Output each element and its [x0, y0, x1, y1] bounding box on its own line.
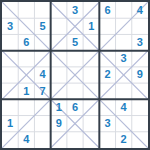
cell-r6c2[interactable]: 1: [18, 83, 34, 99]
cell-r8c8[interactable]: [116, 116, 132, 132]
cell-r9c3[interactable]: [34, 132, 50, 148]
cell-r4c3[interactable]: [34, 51, 50, 67]
cell-r2c8[interactable]: [116, 18, 132, 34]
cell-r3c6[interactable]: [83, 34, 99, 50]
cell-r9c9[interactable]: [132, 132, 148, 148]
cell-r6c5[interactable]: [67, 83, 83, 99]
cell-r6c1[interactable]: [2, 83, 18, 99]
cell-r5c8[interactable]: [116, 67, 132, 83]
cell-r7c3[interactable]: [34, 99, 50, 115]
cell-r2c9[interactable]: [132, 18, 148, 34]
cell-r3c1[interactable]: [2, 34, 18, 50]
cell-r5c4[interactable]: [51, 67, 67, 83]
cell-r1c8[interactable]: [116, 2, 132, 18]
cell-r8c6[interactable]: [83, 116, 99, 132]
cell-r6c3[interactable]: 7: [34, 83, 50, 99]
cell-r6c6[interactable]: [83, 83, 99, 99]
cell-r1c6[interactable]: [83, 2, 99, 18]
cell-r9c2[interactable]: 4: [18, 132, 34, 148]
cell-r4c7[interactable]: [99, 51, 115, 67]
cell-r2c5[interactable]: [67, 18, 83, 34]
cell-r7c4[interactable]: 1: [51, 99, 67, 115]
cell-r8c3[interactable]: [34, 116, 50, 132]
cell-r8c1[interactable]: 1: [2, 116, 18, 132]
cell-r3c4[interactable]: [51, 34, 67, 50]
cell-r8c7[interactable]: 3: [99, 116, 115, 132]
cell-r7c1[interactable]: [2, 99, 18, 115]
cell-r3c9[interactable]: 3: [132, 34, 148, 50]
cell-r4c6[interactable]: [83, 51, 99, 67]
argyle-sudoku-board: 36435165334291716419342: [0, 0, 150, 150]
cell-r7c7[interactable]: [99, 99, 115, 115]
cell-r9c4[interactable]: [51, 132, 67, 148]
cell-r1c2[interactable]: [18, 2, 34, 18]
cell-r9c6[interactable]: [83, 132, 99, 148]
cell-r8c9[interactable]: [132, 116, 148, 132]
cell-r5c7[interactable]: 2: [99, 67, 115, 83]
cell-r9c5[interactable]: [67, 132, 83, 148]
cell-r6c4[interactable]: [51, 83, 67, 99]
cell-r9c7[interactable]: [99, 132, 115, 148]
cell-r3c8[interactable]: [116, 34, 132, 50]
cell-r4c2[interactable]: [18, 51, 34, 67]
cell-r2c6[interactable]: 1: [83, 18, 99, 34]
cell-r8c2[interactable]: [18, 116, 34, 132]
cell-r7c2[interactable]: [18, 99, 34, 115]
cell-r2c1[interactable]: 3: [2, 18, 18, 34]
cell-r2c3[interactable]: 5: [34, 18, 50, 34]
sudoku-grid: 36435165334291716419342: [2, 2, 148, 148]
cell-r6c8[interactable]: [116, 83, 132, 99]
cell-r2c2[interactable]: [18, 18, 34, 34]
cell-r1c5[interactable]: 3: [67, 2, 83, 18]
cell-r1c4[interactable]: [51, 2, 67, 18]
cell-r4c4[interactable]: [51, 51, 67, 67]
cell-r4c8[interactable]: 3: [116, 51, 132, 67]
cell-r3c7[interactable]: [99, 34, 115, 50]
cell-r8c5[interactable]: [67, 116, 83, 132]
cell-r5c3[interactable]: 4: [34, 67, 50, 83]
cell-r9c8[interactable]: 2: [116, 132, 132, 148]
cell-r7c8[interactable]: 4: [116, 99, 132, 115]
cell-r7c6[interactable]: [83, 99, 99, 115]
cell-r7c5[interactable]: 6: [67, 99, 83, 115]
cell-r5c5[interactable]: [67, 67, 83, 83]
cell-r5c6[interactable]: [83, 67, 99, 83]
cell-r8c4[interactable]: 9: [51, 116, 67, 132]
cell-r6c9[interactable]: [132, 83, 148, 99]
cell-r6c7[interactable]: [99, 83, 115, 99]
cell-r5c1[interactable]: [2, 67, 18, 83]
cell-r3c5[interactable]: 5: [67, 34, 83, 50]
cell-r1c7[interactable]: 6: [99, 2, 115, 18]
cell-r2c4[interactable]: [51, 18, 67, 34]
cell-r4c5[interactable]: [67, 51, 83, 67]
cell-r4c1[interactable]: [2, 51, 18, 67]
cell-r3c2[interactable]: 6: [18, 34, 34, 50]
cell-r1c9[interactable]: 4: [132, 2, 148, 18]
cell-r1c3[interactable]: [34, 2, 50, 18]
cell-r2c7[interactable]: [99, 18, 115, 34]
cell-r5c9[interactable]: 9: [132, 67, 148, 83]
cell-r9c1[interactable]: [2, 132, 18, 148]
cell-r4c9[interactable]: [132, 51, 148, 67]
cell-r7c9[interactable]: [132, 99, 148, 115]
cell-r3c3[interactable]: [34, 34, 50, 50]
cell-r5c2[interactable]: [18, 67, 34, 83]
cell-r1c1[interactable]: [2, 2, 18, 18]
